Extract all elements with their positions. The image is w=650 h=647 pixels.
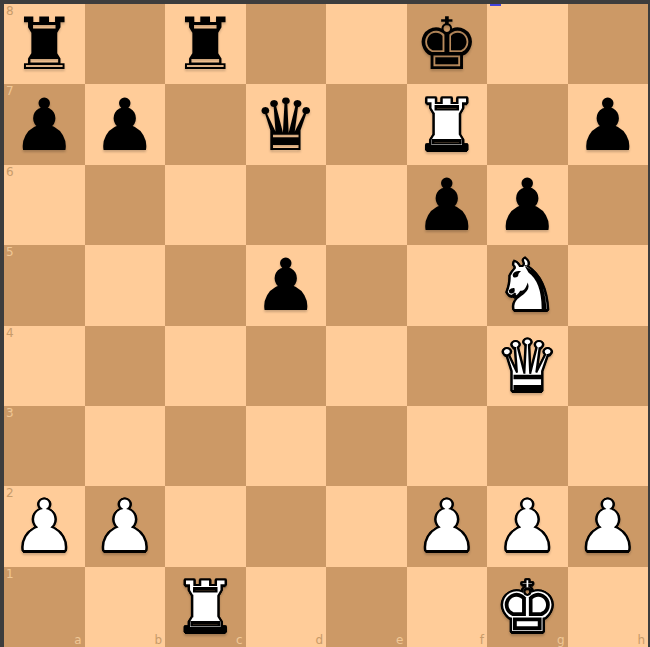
- square-b7[interactable]: ♟: [85, 84, 166, 164]
- white-queen[interactable]: ♛: [495, 330, 560, 402]
- square-h7[interactable]: ♟: [568, 84, 649, 164]
- square-f3[interactable]: [407, 406, 488, 486]
- square-g4[interactable]: ♛: [487, 326, 568, 406]
- square-c3[interactable]: [165, 406, 246, 486]
- square-b5[interactable]: [85, 245, 166, 325]
- square-c8[interactable]: ♜: [165, 4, 246, 84]
- square-e5[interactable]: [326, 245, 407, 325]
- square-a5[interactable]: 5: [4, 245, 85, 325]
- black-pawn[interactable]: ♟: [12, 89, 77, 161]
- white-king[interactable]: ♚: [495, 571, 560, 643]
- square-g6[interactable]: ♟: [487, 165, 568, 245]
- square-f1[interactable]: f: [407, 567, 488, 647]
- square-b4[interactable]: [85, 326, 166, 406]
- square-f5[interactable]: [407, 245, 488, 325]
- rank-label-4: 4: [6, 327, 14, 339]
- square-c2[interactable]: [165, 486, 246, 566]
- square-g5[interactable]: ♞: [487, 245, 568, 325]
- square-e6[interactable]: [326, 165, 407, 245]
- white-rook[interactable]: ♜: [414, 89, 479, 161]
- square-c6[interactable]: [165, 165, 246, 245]
- square-d7[interactable]: ♛: [246, 84, 327, 164]
- square-e2[interactable]: [326, 486, 407, 566]
- black-pawn[interactable]: ♟: [575, 89, 640, 161]
- square-d2[interactable]: [246, 486, 327, 566]
- black-king[interactable]: ♚: [414, 8, 479, 80]
- square-g2[interactable]: ♟: [487, 486, 568, 566]
- chess-board-frame: 8♜♜♚7♟♟♛♜♟6♟♟5♟♞4♛32♟♟♟♟♟1abc♜defg♚h: [0, 0, 650, 647]
- square-b6[interactable]: [85, 165, 166, 245]
- square-h4[interactable]: [568, 326, 649, 406]
- file-label-d: d: [315, 634, 323, 646]
- square-d4[interactable]: [246, 326, 327, 406]
- square-e1[interactable]: e: [326, 567, 407, 647]
- square-b8[interactable]: [85, 4, 166, 84]
- square-g1[interactable]: g♚: [487, 567, 568, 647]
- square-a6[interactable]: 6: [4, 165, 85, 245]
- square-h6[interactable]: [568, 165, 649, 245]
- white-pawn[interactable]: ♟: [92, 490, 157, 562]
- rank-label-1: 1: [6, 568, 14, 580]
- square-f4[interactable]: [407, 326, 488, 406]
- square-g8[interactable]: [487, 4, 568, 84]
- square-e3[interactable]: [326, 406, 407, 486]
- square-h8[interactable]: [568, 4, 649, 84]
- rank-label-6: 6: [6, 166, 14, 178]
- square-e8[interactable]: [326, 4, 407, 84]
- square-a7[interactable]: 7♟: [4, 84, 85, 164]
- file-label-b: b: [154, 634, 162, 646]
- file-label-e: e: [396, 634, 403, 646]
- file-label-h: h: [637, 634, 645, 646]
- white-pawn[interactable]: ♟: [414, 490, 479, 562]
- square-h2[interactable]: ♟: [568, 486, 649, 566]
- square-d6[interactable]: [246, 165, 327, 245]
- square-g7[interactable]: [487, 84, 568, 164]
- link-fragment: [490, 4, 501, 6]
- square-a1[interactable]: 1a: [4, 567, 85, 647]
- white-pawn[interactable]: ♟: [575, 490, 640, 562]
- square-d1[interactable]: d: [246, 567, 327, 647]
- black-queen[interactable]: ♛: [253, 89, 318, 161]
- black-pawn[interactable]: ♟: [495, 169, 560, 241]
- square-b2[interactable]: ♟: [85, 486, 166, 566]
- chess-board: 8♜♜♚7♟♟♛♜♟6♟♟5♟♞4♛32♟♟♟♟♟1abc♜defg♚h: [4, 4, 648, 647]
- square-c7[interactable]: [165, 84, 246, 164]
- white-knight[interactable]: ♞: [495, 249, 560, 321]
- square-a2[interactable]: 2♟: [4, 486, 85, 566]
- black-pawn[interactable]: ♟: [253, 249, 318, 321]
- square-d5[interactable]: ♟: [246, 245, 327, 325]
- square-b1[interactable]: b: [85, 567, 166, 647]
- square-d8[interactable]: [246, 4, 327, 84]
- file-label-f: f: [480, 634, 484, 646]
- square-a8[interactable]: 8♜: [4, 4, 85, 84]
- rank-label-5: 5: [6, 246, 14, 258]
- black-pawn[interactable]: ♟: [414, 169, 479, 241]
- square-c1[interactable]: c♜: [165, 567, 246, 647]
- square-g3[interactable]: [487, 406, 568, 486]
- square-f7[interactable]: ♜: [407, 84, 488, 164]
- square-c5[interactable]: [165, 245, 246, 325]
- square-e7[interactable]: [326, 84, 407, 164]
- square-c4[interactable]: [165, 326, 246, 406]
- black-rook[interactable]: ♜: [12, 8, 77, 80]
- square-h3[interactable]: [568, 406, 649, 486]
- white-pawn[interactable]: ♟: [12, 490, 77, 562]
- square-d3[interactable]: [246, 406, 327, 486]
- square-a3[interactable]: 3: [4, 406, 85, 486]
- file-label-a: a: [74, 634, 81, 646]
- black-pawn[interactable]: ♟: [92, 89, 157, 161]
- square-e4[interactable]: [326, 326, 407, 406]
- rank-label-3: 3: [6, 407, 14, 419]
- square-f8[interactable]: ♚: [407, 4, 488, 84]
- square-f2[interactable]: ♟: [407, 486, 488, 566]
- square-a4[interactable]: 4: [4, 326, 85, 406]
- square-b3[interactable]: [85, 406, 166, 486]
- square-h5[interactable]: [568, 245, 649, 325]
- black-rook[interactable]: ♜: [173, 8, 238, 80]
- white-rook[interactable]: ♜: [173, 571, 238, 643]
- square-h1[interactable]: h: [568, 567, 649, 647]
- square-f6[interactable]: ♟: [407, 165, 488, 245]
- white-pawn[interactable]: ♟: [495, 490, 560, 562]
